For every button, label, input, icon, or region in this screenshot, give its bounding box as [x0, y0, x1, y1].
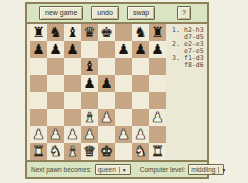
piece-black-rook: ♜ — [151, 24, 164, 41]
toolbar: new game undo swap ? — [27, 4, 207, 24]
piece-black-pawn: ♟ — [100, 75, 113, 92]
promotion-value: queen — [98, 166, 116, 173]
square-b5[interactable] — [47, 75, 64, 92]
square-c5[interactable] — [64, 75, 81, 92]
square-c4[interactable] — [64, 92, 81, 109]
square-f4[interactable] — [115, 92, 132, 109]
bottom-bar: Next pawn becomes: queen ▼ Computer leve… — [27, 160, 207, 177]
square-e1[interactable]: ♚ — [98, 143, 115, 160]
square-h1[interactable]: ♜ — [149, 143, 166, 160]
square-d5[interactable]: ♟ — [81, 75, 98, 92]
main-area: ♜♞♝♛♚♞♜♟♟♟♟♟♟♝♟♟♝♟♟♟♟♟♟♟♟♜♞♝♛♚♞♜ 1.h2-h3… — [27, 24, 207, 160]
square-g6[interactable] — [132, 58, 149, 75]
square-a6[interactable] — [30, 58, 47, 75]
piece-black-pawn: ♟ — [83, 75, 96, 92]
piece-white-rook: ♜ — [32, 143, 45, 160]
square-e2[interactable] — [98, 126, 115, 143]
piece-black-knight: ♞ — [49, 24, 62, 41]
square-a1[interactable]: ♜ — [30, 143, 47, 160]
new-game-button[interactable]: new game — [39, 6, 83, 20]
square-a3[interactable] — [30, 109, 47, 126]
move-number: 3. — [172, 55, 184, 62]
square-f3[interactable] — [115, 109, 132, 126]
square-c1[interactable]: ♝ — [64, 143, 81, 160]
piece-black-bishop: ♝ — [66, 24, 79, 41]
level-label: Computer level: — [140, 166, 186, 173]
square-a7[interactable]: ♟ — [30, 41, 47, 58]
square-e7[interactable] — [98, 41, 115, 58]
square-a2[interactable]: ♟ — [30, 126, 47, 143]
square-f7[interactable]: ♟ — [115, 41, 132, 58]
square-d2[interactable]: ♟ — [81, 126, 98, 143]
square-g1[interactable]: ♞ — [132, 143, 149, 160]
square-d4[interactable] — [81, 92, 98, 109]
piece-white-knight: ♞ — [134, 143, 147, 160]
piece-white-knight: ♞ — [49, 143, 62, 160]
square-b7[interactable]: ♟ — [47, 41, 64, 58]
square-c6[interactable] — [64, 58, 81, 75]
piece-white-pawn: ♟ — [151, 109, 164, 126]
piece-black-pawn: ♟ — [66, 41, 79, 58]
square-e8[interactable]: ♚ — [98, 24, 115, 41]
promotion-select[interactable]: queen ▼ — [95, 164, 131, 175]
square-h4[interactable] — [149, 92, 166, 109]
square-c3[interactable] — [64, 109, 81, 126]
swap-button[interactable]: swap — [127, 6, 155, 20]
piece-white-bishop: ♝ — [66, 143, 79, 160]
piece-black-king: ♚ — [100, 24, 113, 41]
move-list: 1.h2-h3d7-d52.e2-e3e7-e53.f1-d3f8-d6 — [172, 27, 208, 69]
piece-white-pawn: ♟ — [117, 126, 130, 143]
piece-black-pawn: ♟ — [134, 41, 147, 58]
square-f6[interactable] — [115, 58, 132, 75]
square-f1[interactable] — [115, 143, 132, 160]
square-g5[interactable] — [132, 75, 149, 92]
black-move: f8-d6 — [184, 62, 204, 69]
piece-white-pawn: ♟ — [32, 126, 45, 143]
piece-black-pawn: ♟ — [49, 41, 62, 58]
chess-board: ♜♞♝♛♚♞♜♟♟♟♟♟♟♝♟♟♝♟♟♟♟♟♟♟♟♜♞♝♛♚♞♜ — [30, 24, 166, 160]
help-button[interactable]: ? — [177, 6, 191, 20]
square-h6[interactable] — [149, 58, 166, 75]
square-c8[interactable]: ♝ — [64, 24, 81, 41]
square-d1[interactable]: ♛ — [81, 143, 98, 160]
level-select[interactable]: middling ▼ — [188, 164, 224, 175]
piece-white-pawn: ♟ — [49, 126, 62, 143]
square-h3[interactable]: ♟ — [149, 109, 166, 126]
square-e3[interactable]: ♟ — [98, 109, 115, 126]
square-h8[interactable]: ♜ — [149, 24, 166, 41]
square-a5[interactable] — [30, 75, 47, 92]
square-d6[interactable]: ♝ — [81, 58, 98, 75]
piece-white-pawn: ♟ — [134, 126, 147, 143]
square-d7[interactable] — [81, 41, 98, 58]
square-b1[interactable]: ♞ — [47, 143, 64, 160]
square-c7[interactable]: ♟ — [64, 41, 81, 58]
dropdown-arrow-icon: ▼ — [218, 167, 226, 173]
square-f2[interactable]: ♟ — [115, 126, 132, 143]
square-b4[interactable] — [47, 92, 64, 109]
move-row-black: f8-d6 — [172, 62, 208, 69]
piece-white-pawn: ♟ — [83, 126, 96, 143]
piece-white-rook: ♜ — [151, 143, 164, 160]
piece-white-pawn: ♟ — [100, 109, 113, 126]
piece-black-pawn: ♟ — [117, 41, 130, 58]
square-g2[interactable]: ♟ — [132, 126, 149, 143]
piece-white-queen: ♛ — [83, 143, 96, 160]
piece-black-pawn: ♟ — [32, 41, 45, 58]
piece-black-pawn: ♟ — [151, 41, 164, 58]
piece-white-king: ♚ — [100, 143, 113, 160]
square-g3[interactable] — [132, 109, 149, 126]
piece-black-knight: ♞ — [134, 24, 147, 41]
move-number: 1. — [172, 27, 184, 34]
square-f5[interactable] — [115, 75, 132, 92]
piece-white-pawn: ♟ — [66, 126, 79, 143]
piece-black-queen: ♛ — [83, 24, 96, 41]
square-f8[interactable] — [115, 24, 132, 41]
promotion-label: Next pawn becomes: — [31, 166, 92, 173]
dropdown-arrow-icon: ▼ — [119, 167, 127, 173]
square-a8[interactable]: ♜ — [30, 24, 47, 41]
square-h2[interactable] — [149, 126, 166, 143]
square-h7[interactable]: ♟ — [149, 41, 166, 58]
square-b8[interactable]: ♞ — [47, 24, 64, 41]
square-e5[interactable]: ♟ — [98, 75, 115, 92]
square-b2[interactable]: ♟ — [47, 126, 64, 143]
piece-black-rook: ♜ — [32, 24, 45, 41]
square-e4[interactable] — [98, 92, 115, 109]
square-a4[interactable] — [30, 92, 47, 109]
chess-app-panel: new game undo swap ? ♜♞♝♛♚♞♜♟♟♟♟♟♟♝♟♟♝♟♟… — [25, 2, 209, 179]
undo-button[interactable]: undo — [91, 6, 119, 20]
square-g8[interactable]: ♞ — [132, 24, 149, 41]
level-value: middling — [191, 166, 215, 173]
piece-black-bishop: ♝ — [83, 58, 96, 75]
piece-white-bishop: ♝ — [83, 109, 96, 126]
move-number-spacer — [172, 62, 184, 69]
square-e6[interactable] — [98, 58, 115, 75]
square-b3[interactable] — [47, 109, 64, 126]
square-d3[interactable]: ♝ — [81, 109, 98, 126]
move-number: 2. — [172, 41, 184, 48]
square-h5[interactable] — [149, 75, 166, 92]
square-d8[interactable]: ♛ — [81, 24, 98, 41]
square-c2[interactable]: ♟ — [64, 126, 81, 143]
square-g4[interactable] — [132, 92, 149, 109]
square-g7[interactable]: ♟ — [132, 41, 149, 58]
square-b6[interactable] — [47, 58, 64, 75]
